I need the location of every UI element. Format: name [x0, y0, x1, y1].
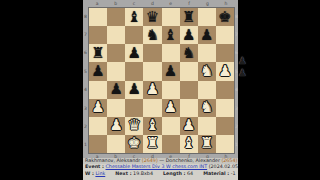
square-d7[interactable]: ♞ — [143, 26, 161, 44]
event-link[interactable]: Chessable Masters Div 3 W chess.com INT — [106, 164, 208, 169]
square-h7[interactable] — [216, 26, 234, 44]
status-line: W : Link Next : 19.Bxb4 Length : 64 Mate… — [83, 171, 238, 177]
chess-board[interactable]: ♝♛♜♚♞♝♟♟♜♟♞♟♟♞♟♟♟♟♟♟♞♟♛♝♟♚♜♝♜ — [88, 7, 235, 154]
white-pawn-f2[interactable]: ♟ — [182, 118, 195, 133]
black-pawn-a5[interactable]: ♟ — [91, 63, 104, 78]
square-c6[interactable]: ♟ — [125, 44, 143, 62]
square-g7[interactable]: ♟ — [198, 26, 216, 44]
square-e7[interactable]: ♝ — [162, 26, 180, 44]
square-f8[interactable]: ♜ — [180, 8, 198, 26]
white-rook-g1[interactable]: ♜ — [200, 136, 213, 151]
square-a6[interactable]: ♜ — [89, 44, 107, 62]
file-label-d: d — [143, 0, 161, 7]
square-h8[interactable]: ♚ — [216, 8, 234, 26]
square-g4[interactable] — [198, 81, 216, 99]
square-d8[interactable]: ♛ — [143, 8, 161, 26]
square-a7[interactable] — [89, 26, 107, 44]
black-pawn-icon: ♟ — [238, 55, 247, 66]
file-label-c: c — [125, 0, 143, 7]
square-h1[interactable] — [216, 135, 234, 153]
event-label: Event : — [85, 164, 104, 169]
black-player-rating: (2654) — [221, 158, 237, 163]
square-e3[interactable]: ♟ — [162, 99, 180, 117]
file-label-a: a — [88, 0, 106, 7]
square-g5[interactable]: ♞ — [198, 62, 216, 80]
square-e5[interactable]: ♟ — [162, 62, 180, 80]
white-player-rating: (2649) — [142, 158, 158, 163]
square-f3[interactable] — [180, 99, 198, 117]
black-pawn-c4[interactable]: ♟ — [128, 82, 141, 97]
black-pawn-b4[interactable]: ♟ — [109, 82, 122, 97]
next-label: Next : — [115, 171, 131, 176]
square-f7[interactable]: ♟ — [180, 26, 198, 44]
white-king-c1[interactable]: ♚ — [128, 136, 141, 151]
black-pawn-c6[interactable]: ♟ — [128, 45, 141, 60]
square-c4[interactable]: ♟ — [125, 81, 143, 99]
square-a2[interactable] — [89, 117, 107, 135]
square-g6[interactable] — [198, 44, 216, 62]
file-label-f: f — [180, 0, 198, 7]
black-bishop-e7[interactable]: ♝ — [164, 27, 177, 42]
square-d2[interactable]: ♝ — [143, 117, 161, 135]
square-b7[interactable] — [107, 26, 125, 44]
rank-label-2: 2 — [235, 117, 238, 135]
white-pawn-b2[interactable]: ♟ — [109, 118, 122, 133]
square-h5[interactable]: ♟ — [216, 62, 234, 80]
square-b4[interactable]: ♟ — [107, 81, 125, 99]
square-c5[interactable] — [125, 62, 143, 80]
square-d3[interactable] — [143, 99, 161, 117]
black-pawn-e5[interactable]: ♟ — [164, 63, 177, 78]
black-pawn-g7[interactable]: ♟ — [200, 27, 213, 42]
square-c2[interactable]: ♛ — [125, 117, 143, 135]
white-knight-g5[interactable]: ♞ — [200, 63, 213, 78]
file-label-b: b — [106, 0, 124, 7]
square-b5[interactable] — [107, 62, 125, 80]
square-a8[interactable] — [89, 8, 107, 26]
rank-label-3: 3 — [235, 99, 238, 117]
rank-labels-right: 87654321 — [235, 7, 238, 154]
square-d5[interactable] — [143, 62, 161, 80]
square-c7[interactable] — [125, 26, 143, 44]
square-h4[interactable] — [216, 81, 234, 99]
next-move: 19.Bxb4 — [133, 171, 153, 176]
file-label-e: e — [162, 0, 180, 7]
square-c1[interactable]: ♚ — [125, 135, 143, 153]
black-queen-d8[interactable]: ♛ — [146, 9, 159, 24]
square-f6[interactable]: ♞ — [180, 44, 198, 62]
square-c3[interactable] — [125, 99, 143, 117]
white-pawn-d4[interactable]: ♟ — [146, 82, 159, 97]
vs-dash: — — [159, 158, 164, 163]
square-g3[interactable]: ♞ — [198, 99, 216, 117]
white-rook-d1[interactable]: ♜ — [146, 136, 159, 151]
square-d4[interactable]: ♟ — [143, 81, 161, 99]
square-e6[interactable] — [162, 44, 180, 62]
captured-pieces-tray: ♟♟ — [238, 55, 247, 78]
square-g8[interactable] — [198, 8, 216, 26]
file-labels-top: abcdefgh — [88, 0, 235, 7]
square-e4[interactable] — [162, 81, 180, 99]
white-queen-c2[interactable]: ♛ — [128, 118, 141, 133]
square-d6[interactable] — [143, 44, 161, 62]
black-pawn-f7[interactable]: ♟ — [182, 27, 195, 42]
square-g2[interactable] — [198, 117, 216, 135]
material-label: Material : — [203, 171, 229, 176]
square-b8[interactable] — [107, 8, 125, 26]
white-pawn-e3[interactable]: ♟ — [164, 100, 177, 115]
length-label: Length : — [163, 171, 185, 176]
square-h3[interactable] — [216, 99, 234, 117]
square-c8[interactable]: ♝ — [125, 8, 143, 26]
length-value: 64 — [187, 171, 193, 176]
square-e1[interactable] — [162, 135, 180, 153]
white-pawn-h5[interactable]: ♟ — [218, 63, 231, 78]
material-value: -1 — [231, 171, 236, 176]
square-a1[interactable] — [89, 135, 107, 153]
black-rook-a6[interactable]: ♜ — [91, 45, 104, 60]
square-b6[interactable] — [107, 44, 125, 62]
black-rook-f8[interactable]: ♜ — [182, 9, 195, 24]
black-bishop-c8[interactable]: ♝ — [128, 9, 141, 24]
square-f4[interactable] — [180, 81, 198, 99]
game-info-caption: Rakhmanov, Aleksandr (2649) — Donchenko,… — [83, 158, 238, 180]
black-knight-f6[interactable]: ♞ — [182, 45, 195, 60]
square-h2[interactable] — [216, 117, 234, 135]
rank-label-4: 4 — [235, 81, 238, 99]
chess-gui-panel: abcdefgh abcdefgh 87654321 87654321 ♝♛♜♚… — [83, 0, 238, 180]
white-knight-g3[interactable]: ♞ — [200, 100, 213, 115]
square-a3[interactable]: ♟ — [89, 99, 107, 117]
square-b1[interactable] — [107, 135, 125, 153]
file-label-g: g — [198, 0, 216, 7]
square-e2[interactable] — [162, 117, 180, 135]
site-link[interactable]: Link — [95, 171, 105, 176]
square-f5[interactable] — [180, 62, 198, 80]
site-label: W : — [85, 171, 94, 176]
square-b3[interactable] — [107, 99, 125, 117]
square-h6[interactable] — [216, 44, 234, 62]
white-bishop-f1[interactable]: ♝ — [182, 136, 195, 151]
rank-label-1: 1 — [235, 136, 238, 154]
event-date-round: (2024.02.05), Round 2.2 — [209, 164, 238, 169]
rank-label-8: 8 — [235, 7, 238, 25]
black-player-name: Donchenko, Alexander — [166, 158, 220, 163]
square-g1[interactable]: ♜ — [198, 135, 216, 153]
file-label-h: h — [217, 0, 235, 7]
square-d1[interactable]: ♜ — [143, 135, 161, 153]
square-a5[interactable]: ♟ — [89, 62, 107, 80]
rank-label-7: 7 — [235, 25, 238, 43]
white-bishop-d2[interactable]: ♝ — [146, 118, 159, 133]
black-king-h8[interactable]: ♚ — [218, 9, 231, 24]
square-f1[interactable]: ♝ — [180, 135, 198, 153]
video-frame: { "game": "chess", "position": "2bq1r1k/… — [0, 0, 320, 180]
square-e8[interactable] — [162, 8, 180, 26]
square-a4[interactable] — [89, 81, 107, 99]
square-b2[interactable]: ♟ — [107, 117, 125, 135]
white-pawn-a3[interactable]: ♟ — [91, 100, 104, 115]
white-player-name: Rakhmanov, Aleksandr — [85, 158, 140, 163]
black-knight-d7[interactable]: ♞ — [146, 27, 159, 42]
square-f2[interactable]: ♟ — [180, 117, 198, 135]
black-pawn-icon: ♟ — [238, 67, 247, 78]
